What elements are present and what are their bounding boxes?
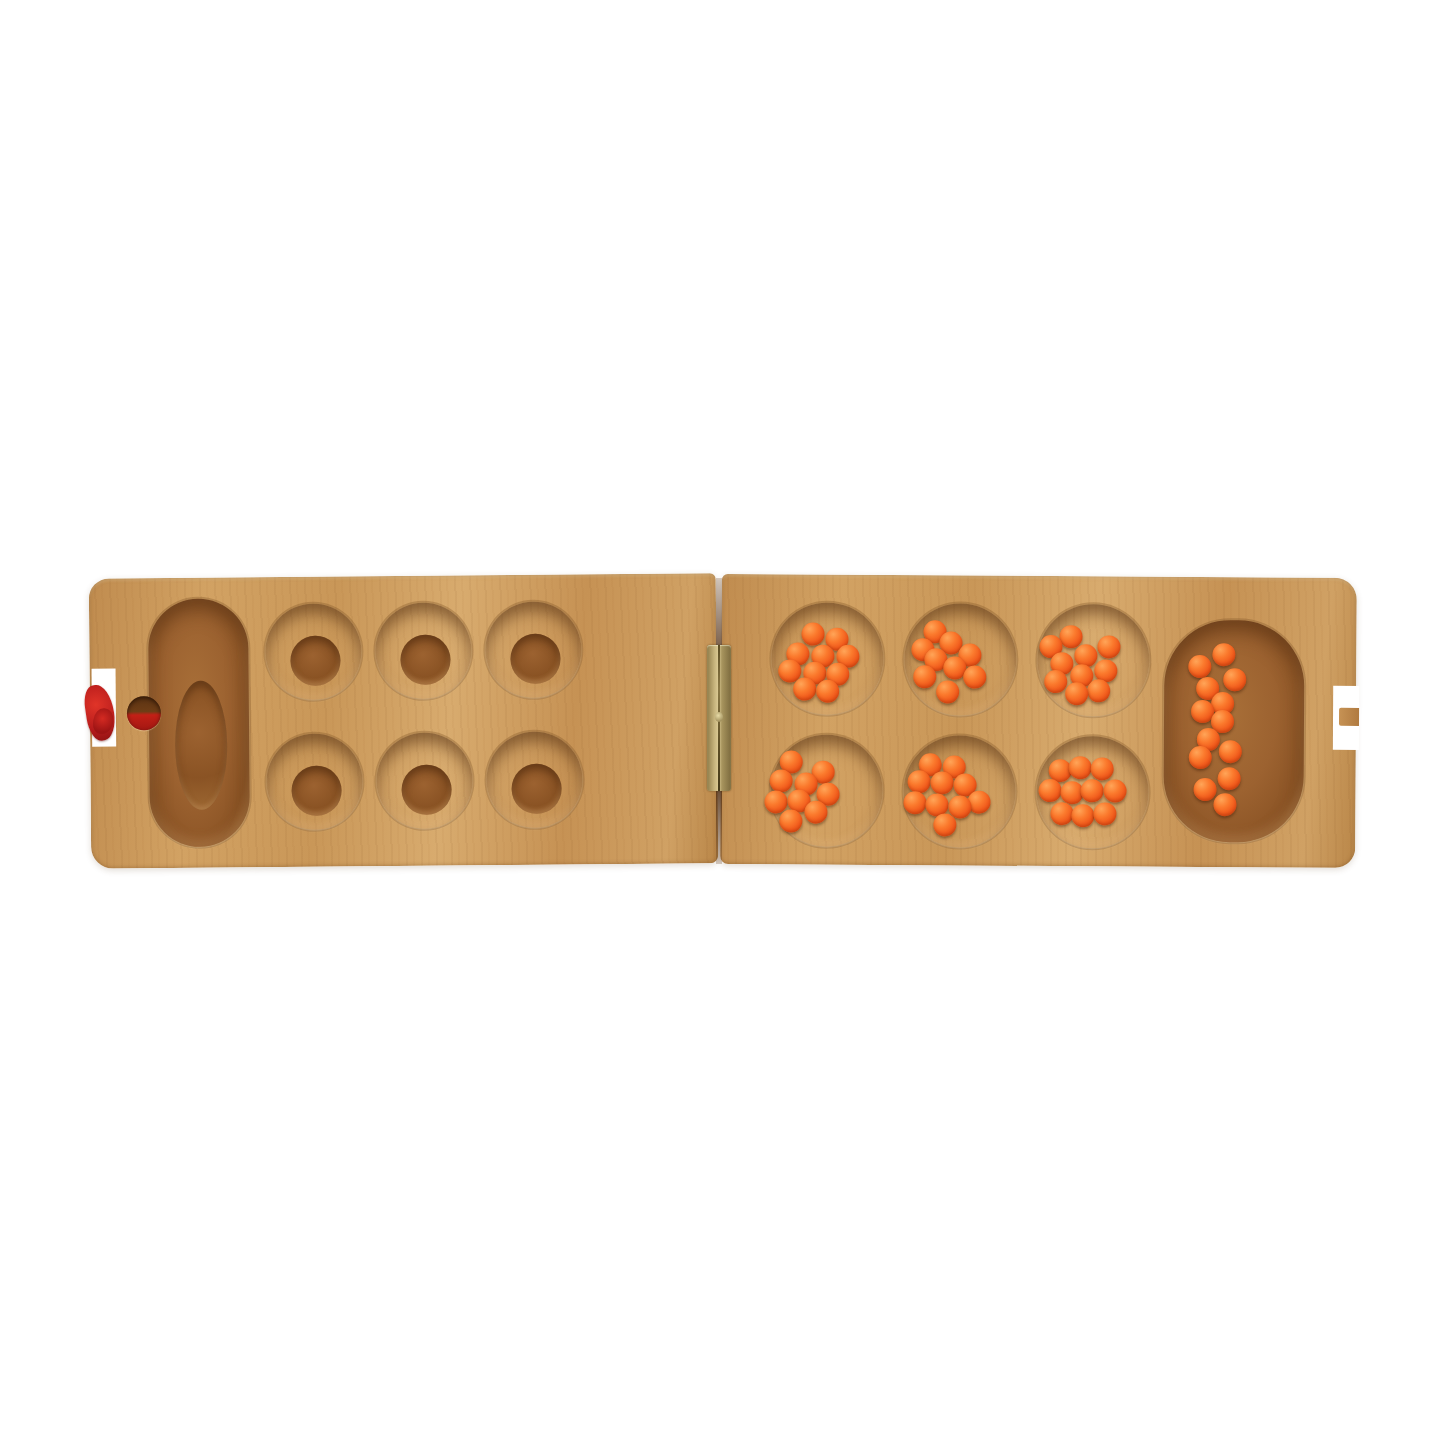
right-edge-notch-tab bbox=[1339, 708, 1359, 726]
right-pit-grid bbox=[759, 592, 1160, 858]
seed-bead bbox=[1044, 670, 1067, 693]
seed-bead bbox=[1218, 740, 1241, 763]
seed-bead bbox=[903, 791, 926, 814]
pit-top-right-3[interactable] bbox=[1037, 604, 1150, 717]
pit-top-left-2[interactable] bbox=[375, 602, 472, 699]
seed-bead bbox=[816, 679, 839, 702]
seed-bead bbox=[1188, 745, 1211, 768]
seed-bead bbox=[913, 665, 936, 688]
seed-bead bbox=[779, 809, 802, 832]
seed-bead bbox=[1097, 635, 1120, 658]
seed-bead bbox=[1071, 804, 1094, 827]
photo-canvas bbox=[0, 0, 1445, 1445]
latch-hole bbox=[127, 696, 161, 730]
seed-bead bbox=[1065, 682, 1088, 705]
seed-bead bbox=[1193, 777, 1216, 800]
seed-bead bbox=[1081, 779, 1104, 802]
seed-bead bbox=[804, 800, 827, 823]
seed-bead bbox=[1074, 644, 1097, 667]
pit-bottom-right-2[interactable] bbox=[903, 735, 1016, 848]
seed-bead bbox=[936, 680, 959, 703]
pit-bottom-left-1[interactable] bbox=[266, 733, 363, 830]
seed-bead bbox=[770, 769, 793, 792]
pit-bottom-right-3[interactable] bbox=[1036, 736, 1149, 849]
left-store-pit bbox=[148, 598, 250, 847]
pit-top-right-1[interactable] bbox=[771, 602, 884, 715]
seed-bead bbox=[1087, 679, 1110, 702]
seed-bead bbox=[1069, 756, 1092, 779]
seed-bead bbox=[1104, 779, 1127, 802]
pit-top-right-2[interactable] bbox=[904, 603, 1017, 716]
seed-bead bbox=[1188, 654, 1211, 677]
seed-bead bbox=[1050, 802, 1073, 825]
board-right-half bbox=[720, 574, 1357, 868]
pit-top-left-1[interactable] bbox=[265, 603, 362, 700]
right-store-pit bbox=[1163, 620, 1304, 843]
seed-bead bbox=[1091, 757, 1114, 780]
seed-bead bbox=[963, 665, 986, 688]
seed-bead bbox=[1059, 625, 1082, 648]
left-pit-grid bbox=[258, 584, 590, 847]
seed-bead bbox=[908, 770, 931, 793]
seed-bead bbox=[1217, 767, 1240, 790]
seed-bead bbox=[1223, 668, 1246, 691]
seed-bead bbox=[801, 622, 824, 645]
seed-bead bbox=[1093, 802, 1116, 825]
pit-bottom-right-1[interactable] bbox=[770, 734, 883, 847]
seed-bead bbox=[931, 771, 954, 794]
seed-bead bbox=[933, 813, 956, 836]
brass-hinge bbox=[707, 645, 731, 791]
seed-bead bbox=[764, 790, 787, 813]
seed-bead bbox=[793, 677, 816, 700]
pit-bottom-left-3[interactable] bbox=[486, 731, 583, 828]
mancala-board bbox=[90, 576, 1356, 866]
seed-bead bbox=[948, 795, 971, 818]
seed-bead bbox=[1039, 779, 1062, 802]
pit-top-left-3[interactable] bbox=[485, 601, 582, 698]
board-left-half bbox=[89, 573, 719, 868]
seed-bead bbox=[1212, 643, 1235, 666]
pit-bottom-left-2[interactable] bbox=[376, 732, 473, 829]
seed-bead bbox=[1213, 793, 1236, 816]
